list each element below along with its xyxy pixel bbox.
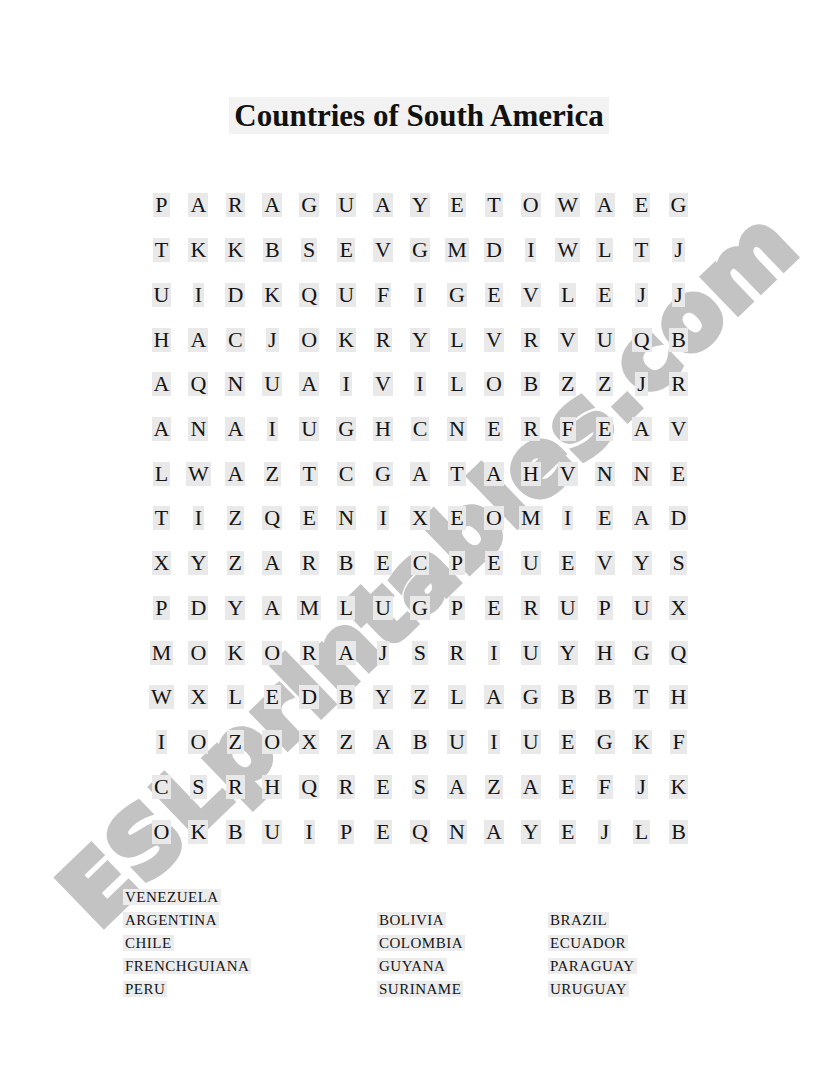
grid-cell: R [291, 541, 328, 586]
grid-letter: Y [225, 596, 245, 620]
grid-cell: G [365, 451, 402, 496]
grid-cell: V [549, 451, 586, 496]
grid-letter: R [300, 551, 319, 575]
grid-letter: U [373, 596, 393, 620]
grid-cell: E [549, 720, 586, 765]
grid-cell: I [328, 362, 365, 407]
grid-cell: A [475, 809, 512, 854]
grid-cell: T [143, 496, 180, 541]
grid-cell: R [365, 317, 402, 362]
grid-letter: Z [559, 372, 576, 396]
word-list-empty-slot [548, 886, 637, 909]
grid-letter: R [448, 641, 467, 665]
grid-letter: E [485, 596, 502, 620]
grid-cell: A [365, 720, 402, 765]
grid-cell: L [438, 317, 475, 362]
grid-letter: O [188, 730, 208, 754]
grid-cell: E [365, 541, 402, 586]
grid-cell: A [365, 183, 402, 228]
grid-letter: I [377, 506, 388, 530]
grid-letter: A [188, 193, 208, 217]
grid-letter: I [156, 730, 167, 754]
grid-cell: H [586, 630, 623, 675]
grid-cell: G [291, 183, 328, 228]
grid-cell: I [475, 720, 512, 765]
grid-cell: I [143, 720, 180, 765]
grid-letter: F [670, 730, 686, 754]
grid-cell: E [586, 272, 623, 317]
grid-letter: O [188, 641, 208, 665]
word-list-item-text: BOLIVIA [377, 912, 446, 928]
grid-letter: E [374, 551, 391, 575]
grid-cell: H [254, 765, 291, 810]
grid-cell: H [365, 407, 402, 452]
grid-letter: A [484, 685, 504, 709]
grid-letter: K [225, 238, 245, 262]
grid-letter: N [447, 417, 467, 441]
grid-letter: G [521, 685, 541, 709]
grid-letter: U [521, 551, 541, 575]
grid-cell: B [328, 541, 365, 586]
grid-letter: U [595, 328, 615, 352]
grid-letter: F [560, 417, 576, 441]
grid-cell: T [623, 228, 660, 273]
grid-cell: T [438, 451, 475, 496]
grid-letter: Y [558, 641, 578, 665]
grid-letter: L [559, 283, 576, 307]
grid-cell: A [512, 765, 549, 810]
grid-letter: B [411, 730, 430, 754]
grid-cell: O [254, 630, 291, 675]
grid-letter: D [669, 506, 689, 530]
grid-cell: M [291, 586, 328, 631]
grid-cell: F [586, 765, 623, 810]
grid-letter: G [410, 596, 430, 620]
grid-letter: J [635, 775, 648, 799]
grid-letter: Z [411, 685, 428, 709]
grid-cell: M [438, 228, 475, 273]
grid-cell: B [549, 675, 586, 720]
grid-cell: L [143, 451, 180, 496]
grid-letter: E [633, 193, 650, 217]
grid-cell: A [180, 317, 217, 362]
grid-cell: E [328, 228, 365, 273]
word-list-item-text: ARGENTINA [123, 912, 219, 928]
grid-letter: V [595, 551, 615, 575]
grid-letter: V [669, 417, 689, 441]
word-list-item-text: FRENCHGUIANA [123, 958, 251, 974]
grid-cell: O [180, 630, 217, 675]
grid-letter: Z [485, 775, 502, 799]
grid-cell: A [623, 407, 660, 452]
grid-letter: A [225, 417, 245, 441]
page-title: Countries of South America [0, 97, 838, 135]
grid-cell: E [549, 765, 586, 810]
grid-cell: V [365, 362, 402, 407]
grid-cell: A [623, 496, 660, 541]
grid-letter: K [669, 775, 689, 799]
word-list-item: ARGENTINA [123, 909, 251, 932]
grid-cell: L [438, 675, 475, 720]
grid-cell: U [254, 362, 291, 407]
grid-letter: K [336, 328, 356, 352]
grid-letter: I [488, 641, 499, 665]
grid-letter: J [672, 238, 685, 262]
grid-cell: O [512, 183, 549, 228]
grid-cell: B [660, 809, 697, 854]
grid-cell: D [660, 496, 697, 541]
grid-cell: X [180, 675, 217, 720]
grid-cell: R [438, 630, 475, 675]
grid-cell: V [660, 407, 697, 452]
grid-cell: C [217, 317, 254, 362]
word-list-item-text: VENEZUELA [123, 889, 221, 905]
grid-cell: A [291, 362, 328, 407]
grid-letter: H [521, 462, 541, 486]
grid-letter: S [190, 775, 206, 799]
grid-letter: S [670, 551, 686, 575]
grid-cell: Q [254, 496, 291, 541]
word-search-grid: PARAGUAYETOWAEGTKKBSEVGMDIWLTJUIDKQUFIGE… [143, 183, 697, 854]
grid-cell: W [549, 228, 586, 273]
grid-cell: D [217, 272, 254, 317]
grid-cell: F [660, 720, 697, 765]
grid-cell: C [402, 407, 439, 452]
grid-cell: Y [402, 183, 439, 228]
grid-cell: U [623, 586, 660, 631]
grid-letter: E [559, 775, 576, 799]
grid-cell: E [254, 675, 291, 720]
grid-cell: P [438, 586, 475, 631]
grid-cell: E [623, 183, 660, 228]
grid-cell: U [438, 720, 475, 765]
grid-cell: E [586, 496, 623, 541]
grid-letter: O [262, 730, 282, 754]
grid-cell: S [402, 765, 439, 810]
grid-cell: A [475, 451, 512, 496]
grid-cell: O [475, 362, 512, 407]
grid-letter: D [188, 596, 208, 620]
grid-letter: E [596, 283, 613, 307]
grid-cell: D [291, 675, 328, 720]
grid-letter: X [299, 730, 319, 754]
grid-letter: T [448, 462, 465, 486]
grid-letter: N [632, 462, 652, 486]
grid-letter: O [484, 372, 504, 396]
grid-cell: I [549, 496, 586, 541]
grid-letter: K [262, 283, 282, 307]
grid-cell: P [586, 586, 623, 631]
grid-cell: N [623, 451, 660, 496]
grid-cell: E [475, 586, 512, 631]
grid-cell: L [217, 675, 254, 720]
grid-letter: X [152, 551, 172, 575]
grid-letter: H [595, 641, 615, 665]
grid-letter: K [225, 641, 245, 665]
grid-cell: V [549, 317, 586, 362]
grid-cell: G [328, 407, 365, 452]
grid-cell: G [438, 272, 475, 317]
grid-cell: A [254, 586, 291, 631]
grid-cell: P [143, 183, 180, 228]
grid-cell: U [512, 541, 549, 586]
grid-letter: U [336, 283, 356, 307]
grid-letter: B [521, 372, 540, 396]
word-list-item: BOLIVIA [377, 909, 465, 932]
grid-cell: T [143, 228, 180, 273]
grid-cell: R [217, 765, 254, 810]
grid-letter: N [225, 372, 245, 396]
grid-cell: U [365, 586, 402, 631]
grid-letter: I [304, 820, 315, 844]
grid-letter: F [375, 283, 391, 307]
grid-letter: R [337, 775, 356, 799]
grid-cell: I [475, 630, 512, 675]
word-list-item-text: CHILE [123, 935, 174, 951]
grid-letter: A [484, 462, 504, 486]
grid-cell: C [143, 765, 180, 810]
grid-letter: M [519, 506, 543, 530]
grid-letter: T [153, 238, 170, 262]
grid-letter: U [521, 641, 541, 665]
grid-cell: U [328, 272, 365, 317]
grid-cell: F [549, 407, 586, 452]
word-list-item-text: URUGUAY [548, 981, 629, 997]
word-list-item: PERU [123, 978, 251, 1001]
grid-letter: R [226, 193, 245, 217]
grid-letter: X [410, 506, 430, 530]
grid-cell: U [328, 183, 365, 228]
grid-letter: Q [262, 506, 282, 530]
grid-cell: J [623, 272, 660, 317]
grid-letter: U [299, 417, 319, 441]
grid-cell: Q [402, 809, 439, 854]
grid-cell: B [586, 675, 623, 720]
grid-cell: U [512, 720, 549, 765]
grid-cell: E [365, 765, 402, 810]
grid-cell: H [143, 317, 180, 362]
word-list-empty-slot [377, 886, 465, 909]
grid-cell: K [328, 317, 365, 362]
grid-letter: P [449, 551, 465, 575]
grid-cell: O [475, 496, 512, 541]
grid-letter: C [411, 417, 430, 441]
word-list-item: SURINAME [377, 978, 465, 1001]
grid-letter: V [521, 283, 541, 307]
grid-cell: Q [180, 362, 217, 407]
grid-letter: S [412, 641, 428, 665]
word-list: VENEZUELAARGENTINACHILEFRENCHGUIANAPERUB… [0, 886, 838, 1006]
grid-letter: A [632, 417, 652, 441]
grid-cell: N [586, 451, 623, 496]
grid-letter: I [488, 730, 499, 754]
grid-letter: V [558, 462, 578, 486]
grid-letter: A [152, 417, 172, 441]
grid-letter: E [448, 506, 465, 530]
grid-letter: L [596, 238, 613, 262]
grid-letter: A [373, 193, 393, 217]
grid-cell: A [180, 183, 217, 228]
grid-cell: K [660, 765, 697, 810]
grid-letter: H [669, 685, 689, 709]
grid-cell: W [180, 451, 217, 496]
grid-letter: N [188, 417, 208, 441]
grid-letter: A [632, 506, 652, 530]
grid-cell: B [254, 228, 291, 273]
grid-cell: Q [291, 272, 328, 317]
grid-letter: A [262, 551, 282, 575]
grid-cell: O [180, 720, 217, 765]
grid-cell: L [623, 809, 660, 854]
grid-letter: L [153, 462, 170, 486]
grid-letter: D [225, 283, 245, 307]
grid-letter: T [300, 462, 317, 486]
grid-letter: L [337, 596, 354, 620]
grid-letter: I [562, 506, 573, 530]
grid-cell: A [438, 765, 475, 810]
grid-letter: E [264, 685, 281, 709]
grid-cell: B [328, 675, 365, 720]
grid-letter: B [263, 238, 282, 262]
word-list-item: CHILE [123, 932, 251, 955]
grid-letter: I [340, 372, 351, 396]
grid-letter: M [445, 238, 469, 262]
grid-letter: E [485, 283, 502, 307]
grid-cell: V [586, 541, 623, 586]
grid-cell: M [512, 496, 549, 541]
word-list-item: ECUADOR [548, 932, 637, 955]
word-list-column-3: BRAZILECUADORPARAGUAYURUGUAY [548, 886, 637, 1001]
grid-letter: M [150, 641, 174, 665]
grid-letter: W [555, 238, 580, 262]
grid-letter: B [595, 685, 614, 709]
grid-letter: E [374, 775, 391, 799]
grid-cell: A [217, 451, 254, 496]
grid-cell: K [254, 272, 291, 317]
grid-letter: Z [227, 551, 244, 575]
grid-letter: A [595, 193, 615, 217]
grid-letter: U [558, 596, 578, 620]
grid-cell: I [365, 496, 402, 541]
grid-cell: U [586, 317, 623, 362]
grid-cell: P [143, 586, 180, 631]
grid-cell: V [475, 317, 512, 362]
grid-letter: T [633, 685, 650, 709]
grid-letter: E [559, 730, 576, 754]
grid-letter: E [374, 820, 391, 844]
grid-letter: A [447, 775, 467, 799]
grid-cell: H [512, 451, 549, 496]
grid-letter: Z [596, 372, 613, 396]
grid-cell: E [549, 541, 586, 586]
word-list-item-text: GUYANA [377, 958, 447, 974]
grid-letter: E [596, 417, 613, 441]
grid-letter: R [226, 775, 245, 799]
grid-letter: V [484, 328, 504, 352]
grid-letter: A [225, 462, 245, 486]
grid-cell: B [660, 317, 697, 362]
grid-letter: R [300, 641, 319, 665]
grid-cell: Z [402, 675, 439, 720]
grid-cell: Q [291, 765, 328, 810]
grid-cell: V [512, 272, 549, 317]
grid-letter: A [484, 820, 504, 844]
grid-cell: K [623, 720, 660, 765]
grid-cell: P [438, 541, 475, 586]
word-list-item: VENEZUELA [123, 886, 251, 909]
grid-letter: U [447, 730, 467, 754]
grid-cell: A [254, 541, 291, 586]
grid-cell: F [365, 272, 402, 317]
worksheet-page: ESLprintables.com Countries of South Ame… [0, 0, 838, 1086]
grid-letter: Y [373, 685, 393, 709]
grid-letter: H [262, 775, 282, 799]
grid-cell: Z [254, 451, 291, 496]
grid-letter: G [447, 283, 467, 307]
grid-letter: Y [410, 193, 430, 217]
grid-cell: K [217, 228, 254, 273]
grid-cell: R [512, 586, 549, 631]
word-list-item-text: COLOMBIA [377, 935, 465, 951]
grid-letter: L [448, 685, 465, 709]
grid-letter: L [448, 328, 465, 352]
grid-letter: X [188, 685, 208, 709]
grid-cell: E [438, 183, 475, 228]
grid-letter: E [448, 193, 465, 217]
grid-letter: H [152, 328, 172, 352]
grid-letter: B [669, 820, 688, 844]
grid-cell: L [586, 228, 623, 273]
grid-letter: T [153, 506, 170, 530]
grid-cell: Y [180, 541, 217, 586]
grid-letter: I [193, 506, 204, 530]
grid-letter: G [632, 641, 652, 665]
grid-letter: A [336, 641, 356, 665]
grid-cell: J [586, 809, 623, 854]
grid-cell: N [180, 407, 217, 452]
grid-letter: V [373, 372, 393, 396]
grid-cell: R [660, 362, 697, 407]
grid-cell: J [623, 765, 660, 810]
grid-letter: W [186, 462, 211, 486]
grid-cell: J [365, 630, 402, 675]
word-list-item: URUGUAY [548, 978, 637, 1001]
grid-cell: A [217, 407, 254, 452]
grid-letter: L [633, 820, 650, 844]
grid-cell: Z [549, 362, 586, 407]
grid-cell: A [143, 362, 180, 407]
grid-cell: X [291, 720, 328, 765]
grid-letter: C [411, 551, 430, 575]
grid-cell: W [549, 183, 586, 228]
grid-cell: E [660, 451, 697, 496]
grid-cell: I [291, 809, 328, 854]
grid-letter: G [410, 238, 430, 262]
grid-cell: L [549, 272, 586, 317]
grid-cell: B [402, 720, 439, 765]
grid-cell: D [475, 228, 512, 273]
grid-letter: G [299, 193, 319, 217]
grid-letter: G [336, 417, 356, 441]
grid-cell: T [291, 451, 328, 496]
grid-cell: A [402, 451, 439, 496]
grid-letter: Z [264, 462, 281, 486]
grid-letter: Z [227, 506, 244, 530]
grid-letter: U [521, 730, 541, 754]
grid-cell: I [512, 228, 549, 273]
grid-cell: A [586, 183, 623, 228]
grid-cell: I [402, 272, 439, 317]
